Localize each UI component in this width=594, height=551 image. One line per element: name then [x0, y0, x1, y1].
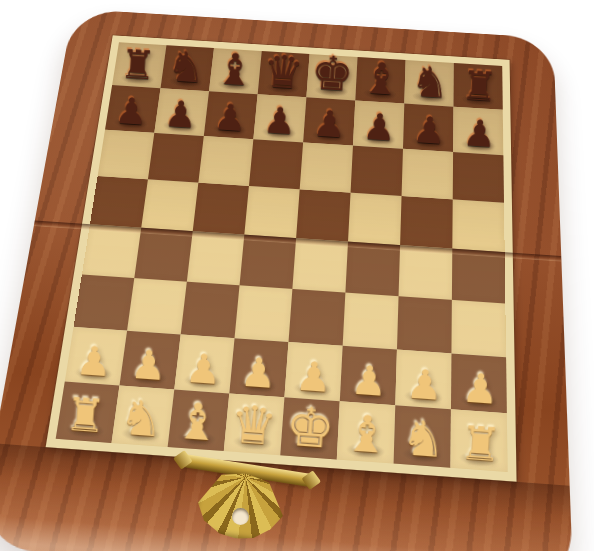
light-knight[interactable]: ♞ [394, 412, 454, 465]
square-c3[interactable] [181, 282, 240, 339]
square-h6[interactable] [453, 152, 504, 203]
square-f4[interactable] [345, 242, 400, 297]
square-g6[interactable] [402, 149, 454, 199]
square-e3[interactable] [289, 289, 346, 346]
square-f1[interactable]: ♝ [337, 401, 395, 463]
square-a8[interactable]: ♜ [112, 42, 166, 88]
square-b7[interactable]: ♟ [154, 88, 209, 136]
square-f8[interactable]: ♝ [355, 57, 405, 104]
square-c2[interactable]: ♟ [174, 334, 234, 393]
square-a4[interactable] [82, 224, 141, 278]
light-pawn[interactable]: ♟ [451, 367, 509, 412]
square-d6[interactable] [249, 139, 303, 189]
square-b5[interactable] [141, 179, 198, 231]
dark-knight[interactable]: ♞ [404, 60, 456, 105]
light-bishop[interactable]: ♝ [168, 395, 227, 449]
dark-bishop[interactable]: ♝ [209, 46, 260, 92]
square-b6[interactable] [148, 133, 204, 183]
square-d8[interactable]: ♛ [258, 51, 310, 97]
square-f5[interactable] [348, 193, 402, 245]
square-c7[interactable]: ♟ [204, 91, 258, 139]
light-rook[interactable]: ♜ [450, 420, 510, 470]
board-frame: ♜♞♝♛♚♝♞♜♟♟♟♟♟♟♟♟♟♟♟♟♟♟♟♟♜♞♝♛♚♝♞♜ [46, 35, 517, 481]
chess-set-photo: ♜♞♝♛♚♝♞♜♟♟♟♟♟♟♟♟♟♟♟♟♟♟♟♟♜♞♝♛♚♝♞♜ [0, 0, 594, 551]
light-pawn[interactable]: ♟ [175, 347, 232, 391]
square-h7[interactable]: ♟ [453, 107, 503, 156]
square-c1[interactable]: ♝ [168, 389, 230, 451]
square-h3[interactable] [451, 300, 506, 357]
light-rook[interactable]: ♜ [56, 391, 115, 440]
square-b4[interactable] [134, 228, 192, 282]
dark-pawn[interactable]: ♟ [303, 104, 355, 144]
light-pawn[interactable]: ♟ [120, 343, 177, 387]
square-e4[interactable] [292, 238, 348, 292]
square-a1[interactable]: ♜ [56, 382, 120, 443]
light-pawn[interactable]: ♟ [65, 339, 122, 383]
square-g3[interactable] [397, 296, 452, 353]
square-c8[interactable]: ♝ [209, 48, 262, 94]
dark-knight[interactable]: ♞ [161, 44, 212, 89]
dark-pawn[interactable]: ♟ [453, 114, 506, 154]
square-a7[interactable]: ♟ [105, 85, 160, 133]
square-d4[interactable] [240, 235, 297, 289]
square-g7[interactable]: ♟ [403, 104, 454, 153]
dark-rook[interactable]: ♜ [112, 44, 163, 86]
light-queen[interactable]: ♛ [224, 397, 284, 453]
square-e2[interactable]: ♟ [284, 342, 342, 401]
square-h2[interactable]: ♟ [451, 353, 507, 413]
dark-pawn[interactable]: ♟ [204, 98, 256, 137]
brass-latch[interactable] [168, 446, 343, 548]
square-e8[interactable]: ♚ [306, 54, 357, 100]
dark-rook[interactable]: ♜ [454, 65, 506, 108]
square-d7[interactable]: ♟ [253, 94, 306, 142]
dark-pawn[interactable]: ♟ [105, 92, 157, 131]
light-knight[interactable]: ♞ [112, 392, 171, 445]
square-g4[interactable] [399, 245, 453, 300]
square-f7[interactable]: ♟ [353, 100, 404, 148]
square-e6[interactable] [300, 142, 353, 192]
square-d3[interactable] [235, 285, 293, 342]
dark-queen[interactable]: ♛ [258, 48, 310, 96]
square-h4[interactable] [452, 249, 505, 304]
square-e7[interactable]: ♟ [303, 97, 355, 145]
square-a6[interactable] [98, 130, 155, 180]
dark-pawn[interactable]: ♟ [155, 95, 207, 134]
square-a2[interactable]: ♟ [65, 327, 127, 386]
square-b2[interactable]: ♟ [119, 331, 180, 390]
light-pawn[interactable]: ♟ [395, 363, 453, 407]
square-d5[interactable] [244, 186, 299, 238]
light-pawn[interactable]: ♟ [340, 359, 398, 403]
dark-pawn[interactable]: ♟ [254, 101, 306, 141]
light-pawn[interactable]: ♟ [285, 355, 343, 399]
square-g5[interactable] [400, 196, 453, 249]
square-d2[interactable]: ♟ [229, 338, 288, 397]
square-h8[interactable]: ♜ [453, 63, 502, 110]
square-h1[interactable]: ♜ [450, 409, 507, 472]
square-h5[interactable] [452, 199, 504, 252]
square-g1[interactable]: ♞ [394, 405, 451, 467]
dark-pawn[interactable]: ♟ [353, 107, 405, 147]
square-a3[interactable] [74, 274, 135, 330]
square-f6[interactable] [351, 146, 403, 196]
square-e5[interactable] [296, 189, 350, 241]
chess-board: ♜♞♝♛♚♝♞♜♟♟♟♟♟♟♟♟♟♟♟♟♟♟♟♟♜♞♝♛♚♝♞♜ [56, 42, 508, 472]
square-a5[interactable] [90, 176, 148, 228]
square-f2[interactable]: ♟ [340, 346, 397, 406]
latch-hole-icon [232, 508, 249, 525]
square-b1[interactable]: ♞ [112, 386, 175, 447]
square-g8[interactable]: ♞ [404, 60, 454, 107]
light-bishop[interactable]: ♝ [337, 407, 397, 461]
square-b3[interactable] [127, 278, 187, 334]
square-b8[interactable]: ♞ [161, 45, 215, 91]
light-pawn[interactable]: ♟ [229, 351, 287, 395]
square-c6[interactable] [198, 136, 253, 186]
dark-king[interactable]: ♚ [307, 49, 359, 99]
square-c5[interactable] [193, 183, 249, 235]
dark-bishop[interactable]: ♝ [355, 56, 407, 102]
square-f3[interactable] [343, 293, 399, 350]
square-g2[interactable]: ♟ [395, 350, 451, 410]
dark-pawn[interactable]: ♟ [403, 111, 455, 151]
